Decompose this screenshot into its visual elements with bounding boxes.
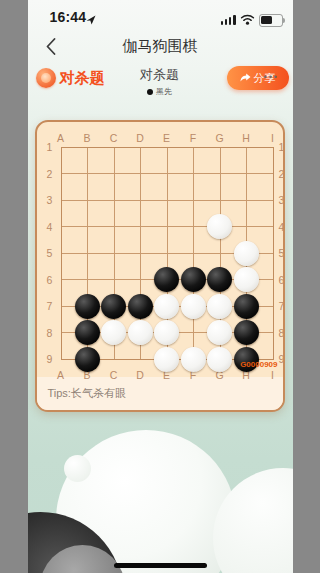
puzzle-title: 对杀题 (110, 66, 210, 84)
stone-black-D7 (128, 294, 153, 319)
category-label: 对杀题 (60, 69, 105, 88)
wifi-icon (240, 11, 255, 29)
puzzle-header: 对杀题 对杀题 黑先 分享 ••• (28, 64, 293, 104)
col-label-top-F: F (186, 132, 200, 144)
stone-black-B9 (75, 347, 100, 372)
stone-white-H5 (234, 241, 259, 266)
share-button[interactable]: 分享 (227, 66, 289, 90)
col-label-top-D: D (133, 132, 147, 144)
row-label-right-4: 4 (275, 221, 285, 233)
to-move-indicator: 黑先 (110, 86, 210, 97)
to-move-label: 黑先 (156, 86, 172, 97)
nav-bar: 伽马狗围棋 (28, 30, 293, 62)
stone-white-D8 (128, 320, 153, 345)
home-indicator (114, 563, 207, 568)
row-label-right-1: 1 (275, 141, 285, 153)
stone-white-G9 (207, 347, 232, 372)
stone-white-F9 (181, 347, 206, 372)
row-label-left-4: 4 (43, 221, 57, 233)
col-label-top-H: H (239, 132, 253, 144)
page-title: 伽马狗围棋 (28, 37, 293, 56)
stone-white-H6 (234, 267, 259, 292)
clock: 16:44 (50, 9, 87, 25)
row-label-left-3: 3 (43, 194, 57, 206)
stone-black-C7 (101, 294, 126, 319)
stone-black-F6 (181, 267, 206, 292)
decorative-white-stone-small (64, 455, 91, 482)
tips-text: Tips:长气杀有眼 (48, 386, 126, 401)
stone-black-H8 (234, 320, 259, 345)
col-label-bottom-D: D (133, 369, 147, 381)
row-label-right-6: 6 (275, 274, 285, 286)
row-label-left-6: 6 (43, 274, 57, 286)
screen: 16:44 伽马狗围棋 对杀题 对 (28, 0, 293, 573)
col-label-bottom-I: I (266, 369, 280, 381)
col-label-bottom-C: C (107, 369, 121, 381)
stone-white-E7 (154, 294, 179, 319)
col-label-top-G: G (213, 132, 227, 144)
row-label-right-5: 5 (275, 247, 285, 259)
row-label-left-8: 8 (43, 327, 57, 339)
stone-black-H7 (234, 294, 259, 319)
battery-icon (259, 14, 283, 27)
board-watermark: G0000909 (240, 360, 277, 369)
tips-bar: Tips:长气杀有眼 (37, 377, 283, 410)
row-label-left-5: 5 (43, 247, 57, 259)
row-label-left-9: 9 (43, 353, 57, 365)
row-label-right-7: 7 (275, 300, 285, 312)
col-label-top-B: B (80, 132, 94, 144)
stone-white-E9 (154, 347, 179, 372)
stone-white-G7 (207, 294, 232, 319)
board-card: G0000909 Tips:长气杀有眼 AABBCCDDEEFFGGHHII11… (35, 120, 285, 412)
row-label-left-2: 2 (43, 168, 57, 180)
row-label-right-8: 8 (275, 327, 285, 339)
location-arrow-icon (86, 11, 96, 29)
cellular-signal-icon (221, 15, 236, 25)
row-label-right-3: 3 (275, 194, 285, 206)
col-label-top-E: E (160, 132, 174, 144)
puzzle-badge-icon (36, 68, 56, 88)
stone-white-F7 (181, 294, 206, 319)
row-label-right-2: 2 (275, 168, 285, 180)
puzzle-info: 对杀题 黑先 (110, 64, 210, 97)
row-label-left-7: 7 (43, 300, 57, 312)
black-stone-dot-icon (147, 89, 153, 95)
more-options-button[interactable]: ••• (264, 72, 279, 82)
status-bar: 16:44 (28, 0, 293, 30)
stone-black-B8 (75, 320, 100, 345)
col-label-bottom-A: A (54, 369, 68, 381)
row-label-left-1: 1 (43, 141, 57, 153)
stone-black-B7 (75, 294, 100, 319)
share-arrow-icon (240, 73, 251, 83)
col-label-top-C: C (107, 132, 121, 144)
